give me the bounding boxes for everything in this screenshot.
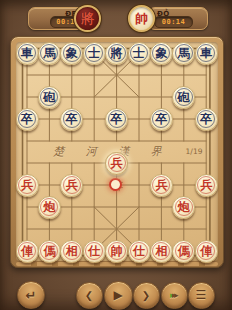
piece-black-chariot[interactable]: 車 [16,42,39,65]
red-general-badge-char: 帥 [130,7,153,30]
piece-black-cannon[interactable]: 砲 [38,86,61,109]
piece-black-elephant[interactable]: 象 [60,42,83,65]
piece-char: 砲 [173,87,194,107]
piece-char: 相 [151,241,172,261]
piece-black-general[interactable]: 將 [105,42,128,65]
piece-char: 仕 [129,241,150,261]
next-move-icon: ❯ [142,290,150,301]
piece-red-advisor[interactable]: 仕 [128,240,151,263]
piece-char: 炮 [173,197,194,217]
piece-red-horse[interactable]: 傌 [38,240,61,263]
menu-icon: ☰ [196,288,207,302]
piece-char: 車 [196,43,217,63]
play-icon: ▶ [113,288,122,302]
piece-red-chariot[interactable]: 俥 [16,240,39,263]
piece-black-chariot[interactable]: 車 [195,42,218,65]
piece-char: 卒 [17,109,38,129]
piece-black-advisor[interactable]: 士 [83,42,106,65]
piece-char: 馬 [39,43,60,63]
prev-move-icon: ❮ [85,290,93,301]
piece-black-soldier[interactable]: 卒 [195,108,218,131]
piece-char: 炮 [39,197,60,217]
piece-char: 卒 [61,109,82,129]
piece-char: 兵 [17,175,38,195]
piece-char: 兵 [106,153,127,173]
fast-forward-button[interactable]: ▸▸▸ [161,282,188,309]
piece-red-soldier[interactable]: 兵 [60,174,83,197]
piece-black-soldier[interactable]: 卒 [60,108,83,131]
prev-move-button[interactable]: ❮ [76,282,103,309]
piece-char: 俥 [17,241,38,261]
piece-red-soldier[interactable]: 兵 [150,174,173,197]
piece-char: 兵 [61,175,82,195]
piece-black-soldier[interactable]: 卒 [150,108,173,131]
piece-red-elephant[interactable]: 相 [150,240,173,263]
piece-char: 卒 [106,109,127,129]
piece-black-soldier[interactable]: 卒 [16,108,39,131]
piece-black-horse[interactable]: 馬 [38,42,61,65]
piece-red-soldier[interactable]: 兵 [105,152,128,175]
piece-red-soldier[interactable]: 兵 [195,174,218,197]
piece-red-soldier[interactable]: 兵 [16,174,39,197]
piece-black-soldier[interactable]: 卒 [105,108,128,131]
piece-char: 將 [106,43,127,63]
piece-char: 象 [151,43,172,63]
piece-black-advisor[interactable]: 士 [128,42,151,65]
piece-char: 仕 [84,241,105,261]
red-player-panel: ĐỎ 00:14 [148,7,208,30]
board-frame-ridge [16,262,218,266]
piece-red-general[interactable]: 帥 [105,240,128,263]
black-general-badge: 將 [74,5,101,32]
red-player-timer: 00:14 [154,16,193,28]
piece-red-elephant[interactable]: 相 [60,240,83,263]
game-screen: ĐEN 00:17 將 ĐỎ 00:14 帥 楚 河 漢 界 1/19 車馬象士… [0,0,232,310]
piece-char: 傌 [173,241,194,261]
piece-char: 帥 [106,241,127,261]
river-text-left: 楚 河 [48,144,111,160]
black-general-badge-char: 將 [76,7,99,30]
piece-char: 相 [61,241,82,261]
play-button[interactable]: ▶ [104,281,133,310]
piece-char: 砲 [39,87,60,107]
piece-red-chariot[interactable]: 俥 [195,240,218,263]
menu-button[interactable]: ☰ [188,282,215,309]
back-icon: ↵ [26,288,37,303]
piece-char: 卒 [151,109,172,129]
red-general-badge: 帥 [128,5,155,32]
piece-char: 兵 [151,175,172,195]
piece-char: 兵 [196,175,217,195]
next-move-button[interactable]: ❯ [133,282,160,309]
piece-char: 傌 [39,241,60,261]
piece-red-cannon[interactable]: 炮 [38,196,61,219]
piece-black-horse[interactable]: 馬 [172,42,195,65]
piece-red-horse[interactable]: 傌 [172,240,195,263]
back-button[interactable]: ↵ [17,281,45,309]
piece-red-cannon[interactable]: 炮 [172,196,195,219]
piece-char: 卒 [196,109,217,129]
piece-red-advisor[interactable]: 仕 [83,240,106,263]
piece-black-elephant[interactable]: 象 [150,42,173,65]
piece-char: 俥 [196,241,217,261]
move-counter: 1/19 [177,147,211,156]
fast-forward-icon: ▸▸▸ [170,290,176,300]
piece-char: 士 [84,43,105,63]
piece-char: 馬 [173,43,194,63]
piece-char: 象 [61,43,82,63]
piece-char: 車 [17,43,38,63]
piece-char: 士 [129,43,150,63]
piece-black-cannon[interactable]: 砲 [172,86,195,109]
